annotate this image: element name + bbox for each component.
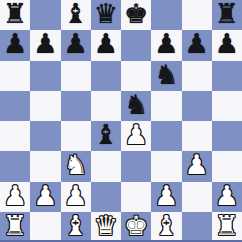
square-c2[interactable]: ♟	[61, 182, 91, 212]
square-e6[interactable]	[121, 61, 151, 91]
square-e8[interactable]: ♚	[121, 0, 151, 30]
square-h4[interactable]	[212, 121, 242, 151]
square-e1[interactable]: ♚	[121, 212, 151, 242]
white-knight-piece: ♞	[64, 151, 88, 180]
black-queen-piece: ♛	[94, 0, 118, 29]
square-a7[interactable]: ♟	[0, 30, 30, 60]
square-f4[interactable]	[151, 121, 181, 151]
square-d8[interactable]: ♛	[91, 0, 121, 30]
white-pawn-piece: ♟	[64, 182, 88, 211]
square-d4[interactable]: ♝	[91, 121, 121, 151]
square-g7[interactable]: ♟	[182, 30, 212, 60]
square-b7[interactable]: ♟	[30, 30, 60, 60]
square-e4[interactable]: ♟	[121, 121, 151, 151]
square-f1[interactable]: ♝	[151, 212, 181, 242]
square-d6[interactable]	[91, 61, 121, 91]
square-c3[interactable]: ♞	[61, 151, 91, 181]
white-pawn-piece: ♟	[185, 151, 209, 180]
square-c8[interactable]: ♝	[61, 0, 91, 30]
black-pawn-piece: ♟	[94, 30, 118, 59]
square-h3[interactable]	[212, 151, 242, 181]
square-f2[interactable]: ♟	[151, 182, 181, 212]
black-pawn-piece: ♟	[33, 30, 57, 59]
black-rook-piece: ♜	[215, 0, 239, 29]
square-b3[interactable]	[30, 151, 60, 181]
square-c6[interactable]	[61, 61, 91, 91]
white-king-piece: ♚	[124, 212, 148, 241]
white-pawn-piece: ♟	[33, 182, 57, 211]
black-knight-piece: ♞	[124, 91, 148, 120]
black-pawn-piece: ♟	[154, 30, 178, 59]
square-b6[interactable]	[30, 61, 60, 91]
square-e3[interactable]	[121, 151, 151, 181]
square-h8[interactable]: ♜	[212, 0, 242, 30]
square-g3[interactable]: ♟	[182, 151, 212, 181]
square-h1[interactable]: ♜	[212, 212, 242, 242]
square-c4[interactable]	[61, 121, 91, 151]
square-a8[interactable]: ♜	[0, 0, 30, 30]
square-h2[interactable]: ♟	[212, 182, 242, 212]
chess-board: ♜♝♛♚♜♟♟♟♟♟♟♟♞♞♝♟♞♟♟♟♟♟♟♜♝♛♚♝♜	[0, 0, 242, 242]
white-queen-piece: ♛	[94, 212, 118, 241]
square-d7[interactable]: ♟	[91, 30, 121, 60]
black-king-piece: ♚	[124, 0, 148, 29]
white-pawn-piece: ♟	[3, 182, 27, 211]
square-b5[interactable]	[30, 91, 60, 121]
white-bishop-piece: ♝	[64, 212, 88, 241]
square-c5[interactable]	[61, 91, 91, 121]
white-rook-piece: ♜	[3, 212, 27, 241]
square-a3[interactable]	[0, 151, 30, 181]
square-g1[interactable]	[182, 212, 212, 242]
square-a6[interactable]	[0, 61, 30, 91]
square-d5[interactable]	[91, 91, 121, 121]
chess-board-container: ♜♝♛♚♜♟♟♟♟♟♟♟♞♞♝♟♞♟♟♟♟♟♟♜♝♛♚♝♜	[0, 0, 242, 242]
square-b2[interactable]: ♟	[30, 182, 60, 212]
square-f5[interactable]	[151, 91, 181, 121]
black-knight-piece: ♞	[154, 61, 178, 90]
black-pawn-piece: ♟	[215, 30, 239, 59]
square-g5[interactable]	[182, 91, 212, 121]
square-g4[interactable]	[182, 121, 212, 151]
square-g6[interactable]	[182, 61, 212, 91]
black-bishop-piece: ♝	[94, 121, 118, 150]
square-h5[interactable]	[212, 91, 242, 121]
square-c7[interactable]: ♟	[61, 30, 91, 60]
square-d3[interactable]	[91, 151, 121, 181]
square-g8[interactable]	[182, 0, 212, 30]
square-e7[interactable]	[121, 30, 151, 60]
square-a4[interactable]	[0, 121, 30, 151]
square-b4[interactable]	[30, 121, 60, 151]
white-pawn-piece: ♟	[154, 182, 178, 211]
square-e5[interactable]: ♞	[121, 91, 151, 121]
black-rook-piece: ♜	[3, 0, 27, 29]
square-b8[interactable]	[30, 0, 60, 30]
black-pawn-piece: ♟	[3, 30, 27, 59]
square-f7[interactable]: ♟	[151, 30, 181, 60]
square-a2[interactable]: ♟	[0, 182, 30, 212]
black-pawn-piece: ♟	[64, 30, 88, 59]
white-bishop-piece: ♝	[154, 212, 178, 241]
square-g2[interactable]	[182, 182, 212, 212]
square-f6[interactable]: ♞	[151, 61, 181, 91]
square-a1[interactable]: ♜	[0, 212, 30, 242]
square-b1[interactable]	[30, 212, 60, 242]
square-d2[interactable]	[91, 182, 121, 212]
white-pawn-piece: ♟	[215, 182, 239, 211]
square-f8[interactable]	[151, 0, 181, 30]
black-bishop-piece: ♝	[64, 0, 88, 29]
square-a5[interactable]	[0, 91, 30, 121]
black-pawn-piece: ♟	[185, 30, 209, 59]
square-f3[interactable]	[151, 151, 181, 181]
square-h6[interactable]	[212, 61, 242, 91]
square-h7[interactable]: ♟	[212, 30, 242, 60]
white-pawn-piece: ♟	[124, 121, 148, 150]
white-rook-piece: ♜	[215, 212, 239, 241]
square-c1[interactable]: ♝	[61, 212, 91, 242]
square-e2[interactable]	[121, 182, 151, 212]
square-d1[interactable]: ♛	[91, 212, 121, 242]
